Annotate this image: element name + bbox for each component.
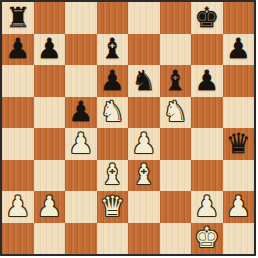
square-f2[interactable] (160, 191, 192, 223)
white-pawn[interactable]: ♟ (68, 130, 93, 158)
black-pawn[interactable]: ♟ (100, 67, 125, 95)
black-pawn[interactable]: ♟ (5, 35, 30, 63)
square-e1[interactable] (128, 223, 160, 255)
white-pawn[interactable]: ♟ (194, 193, 219, 221)
square-a5[interactable] (2, 97, 34, 129)
square-e7[interactable] (128, 34, 160, 66)
square-b2[interactable]: ♟ (34, 191, 66, 223)
square-f3[interactable] (160, 160, 192, 192)
square-f8[interactable] (160, 2, 192, 34)
square-f4[interactable] (160, 128, 192, 160)
black-queen[interactable]: ♛ (226, 130, 251, 158)
square-h3[interactable] (223, 160, 255, 192)
square-a7[interactable]: ♟ (2, 34, 34, 66)
square-e3[interactable]: ♝ (128, 160, 160, 192)
square-a3[interactable] (2, 160, 34, 192)
square-f1[interactable] (160, 223, 192, 255)
square-b4[interactable] (34, 128, 66, 160)
square-e8[interactable] (128, 2, 160, 34)
square-a2[interactable]: ♟ (2, 191, 34, 223)
square-d5[interactable]: ♞ (97, 97, 129, 129)
black-king[interactable]: ♚ (194, 4, 219, 32)
square-b6[interactable] (34, 65, 66, 97)
square-h5[interactable] (223, 97, 255, 129)
white-knight[interactable]: ♞ (100, 98, 125, 126)
square-g4[interactable] (191, 128, 223, 160)
square-c6[interactable] (65, 65, 97, 97)
square-d7[interactable]: ♝ (97, 34, 129, 66)
black-bishop[interactable]: ♝ (163, 67, 188, 95)
square-e4[interactable]: ♟ (128, 128, 160, 160)
square-d2[interactable]: ♛ (97, 191, 129, 223)
square-a8[interactable]: ♜ (2, 2, 34, 34)
square-b7[interactable]: ♟ (34, 34, 66, 66)
square-g3[interactable] (191, 160, 223, 192)
black-rook[interactable]: ♜ (5, 4, 30, 32)
square-h4[interactable]: ♛ (223, 128, 255, 160)
square-c4[interactable]: ♟ (65, 128, 97, 160)
square-g6[interactable]: ♟ (191, 65, 223, 97)
square-f6[interactable]: ♝ (160, 65, 192, 97)
white-queen[interactable]: ♛ (100, 193, 125, 221)
black-pawn[interactable]: ♟ (226, 35, 251, 63)
square-d3[interactable]: ♝ (97, 160, 129, 192)
square-b8[interactable] (34, 2, 66, 34)
chess-board: ♜♚♟♟♝♟♟♞♝♟♟♞♞♟♟♛♝♝♟♟♛♟♟♚ (0, 0, 256, 256)
square-e6[interactable]: ♞ (128, 65, 160, 97)
white-pawn[interactable]: ♟ (226, 193, 251, 221)
white-pawn[interactable]: ♟ (131, 130, 156, 158)
square-f5[interactable]: ♞ (160, 97, 192, 129)
square-c7[interactable] (65, 34, 97, 66)
black-pawn[interactable]: ♟ (37, 35, 62, 63)
square-c1[interactable] (65, 223, 97, 255)
square-g7[interactable] (191, 34, 223, 66)
square-e5[interactable] (128, 97, 160, 129)
square-e2[interactable] (128, 191, 160, 223)
square-g5[interactable] (191, 97, 223, 129)
black-knight[interactable]: ♞ (131, 67, 156, 95)
square-c2[interactable] (65, 191, 97, 223)
square-h2[interactable]: ♟ (223, 191, 255, 223)
square-b5[interactable] (34, 97, 66, 129)
square-b1[interactable] (34, 223, 66, 255)
square-d8[interactable] (97, 2, 129, 34)
black-bishop[interactable]: ♝ (100, 35, 125, 63)
square-c8[interactable] (65, 2, 97, 34)
white-bishop[interactable]: ♝ (131, 161, 156, 189)
white-pawn[interactable]: ♟ (5, 193, 30, 221)
square-d4[interactable] (97, 128, 129, 160)
square-c3[interactable] (65, 160, 97, 192)
square-g8[interactable]: ♚ (191, 2, 223, 34)
square-h1[interactable] (223, 223, 255, 255)
black-pawn[interactable]: ♟ (68, 98, 93, 126)
white-bishop[interactable]: ♝ (100, 161, 125, 189)
square-g1[interactable]: ♚ (191, 223, 223, 255)
square-d1[interactable] (97, 223, 129, 255)
square-a6[interactable] (2, 65, 34, 97)
square-f7[interactable] (160, 34, 192, 66)
square-a1[interactable] (2, 223, 34, 255)
square-c5[interactable]: ♟ (65, 97, 97, 129)
square-h8[interactable] (223, 2, 255, 34)
black-pawn[interactable]: ♟ (194, 67, 219, 95)
square-b3[interactable] (34, 160, 66, 192)
square-g2[interactable]: ♟ (191, 191, 223, 223)
white-pawn[interactable]: ♟ (37, 193, 62, 221)
white-king[interactable]: ♚ (194, 224, 219, 252)
square-h6[interactable] (223, 65, 255, 97)
square-d6[interactable]: ♟ (97, 65, 129, 97)
white-knight[interactable]: ♞ (163, 98, 188, 126)
square-h7[interactable]: ♟ (223, 34, 255, 66)
square-a4[interactable] (2, 128, 34, 160)
